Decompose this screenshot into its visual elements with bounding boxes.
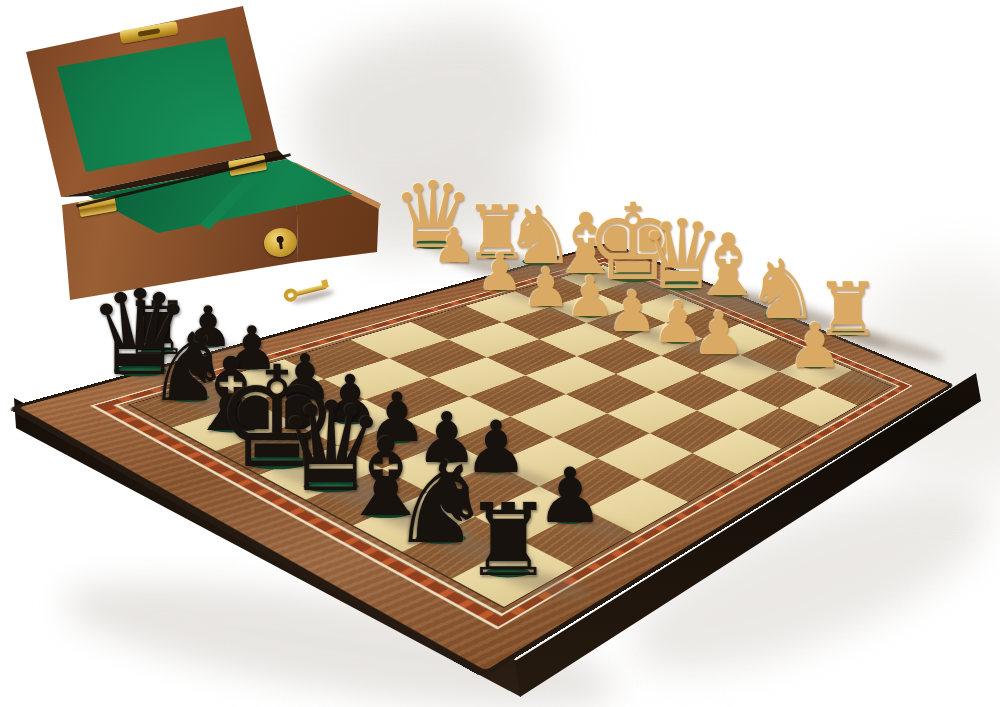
board-molding-right-edge — [0, 0, 1000, 707]
square-r4-c6 — [597, 433, 693, 480]
box-base-side — [0, 0, 420, 330]
square-r2-c5 — [656, 373, 740, 411]
square-r0-c1 — [595, 279, 670, 307]
square-r6-c1 — [252, 379, 365, 424]
square-r3-c4 — [566, 374, 656, 413]
box-shadow — [281, 0, 568, 231]
box-base-rim — [0, 0, 420, 330]
square-r0-c5 — [740, 339, 814, 372]
square-r0-c6 — [779, 354, 853, 388]
hinge-rod — [76, 153, 291, 207]
square-r1-c5 — [700, 355, 779, 390]
square-r5-c1 — [324, 358, 428, 399]
square-r3-c0 — [411, 306, 502, 340]
piece-shadow-wash — [817, 229, 1000, 520]
board-molding-left-edge — [0, 0, 1000, 707]
square-r6-c6 — [474, 486, 585, 542]
square-r1-c1 — [550, 292, 630, 322]
chess-board — [6, 242, 955, 678]
square-r3-c1 — [448, 322, 539, 357]
inlay-red-pattern — [95, 258, 910, 627]
square-r1-c6 — [739, 371, 817, 408]
square-r5-c2 — [365, 377, 469, 420]
square-r0-c3 — [666, 308, 741, 338]
square-r5-c6 — [539, 458, 642, 509]
square-r1-c0 — [515, 278, 595, 307]
square-r6-c2 — [294, 399, 407, 446]
board-frame — [19, 244, 949, 670]
square-r4-c2 — [429, 357, 526, 396]
board-grid — [128, 265, 892, 609]
square-r4-c3 — [469, 375, 566, 416]
square-r0-c2 — [630, 294, 705, 323]
square-r7-c6 — [402, 517, 523, 579]
square-r1-c2 — [587, 307, 667, 338]
square-r2-c6 — [696, 390, 779, 429]
square-r5-c3 — [407, 397, 511, 442]
square-r0-c0 — [561, 265, 637, 292]
square-r4-c1 — [389, 339, 486, 377]
square-r7-c4 — [306, 469, 428, 525]
square-r7-c1 — [172, 402, 294, 451]
square-r7-c7 — [452, 542, 573, 607]
square-r4-c7 — [642, 453, 737, 502]
square-r6-c7 — [523, 509, 634, 568]
inlay-pinstripe — [114, 262, 900, 616]
box-shadow-lower — [344, 151, 546, 269]
square-r7-c3 — [260, 446, 382, 500]
square-r6-c4 — [382, 441, 494, 492]
box-lid — [0, 0, 420, 330]
square-r1-c4 — [661, 339, 740, 373]
inlay-red-border — [95, 258, 910, 627]
box-hinge-gap — [0, 0, 420, 330]
square-r3-c2 — [486, 339, 576, 375]
square-r7-c5 — [353, 492, 475, 551]
square-r3-c7 — [693, 429, 782, 474]
box-felt-divider — [0, 0, 420, 330]
square-r5-c7 — [586, 480, 688, 533]
square-r3-c3 — [526, 356, 616, 394]
square-r0-c7 — [818, 370, 891, 405]
board-shadow-right — [611, 453, 1000, 707]
square-r2-c2 — [539, 323, 624, 357]
square-r5-c0 — [285, 340, 390, 379]
square-r2-c7 — [738, 408, 821, 449]
square-r2-c1 — [502, 307, 587, 339]
square-r3-c5 — [607, 392, 696, 433]
product-photo-stage: ♛♜♟♞♝♚♛♟♝♟♟♞♟♜♟♟♜♟♟♟♛♞♟♟♝♟♟♚♟♛♝♟♞♜ — [0, 0, 1000, 707]
square-r4-c4 — [511, 394, 607, 437]
square-r5-c4 — [450, 417, 554, 464]
square-r5-c5 — [494, 437, 597, 486]
board-shadow — [56, 557, 623, 707]
square-r3-c6 — [649, 411, 738, 454]
brass-latch-icon — [119, 21, 178, 44]
box-lid-felt — [0, 0, 420, 330]
square-r2-c3 — [577, 339, 661, 374]
square-r6-c3 — [337, 420, 449, 469]
square-r6-c0 — [212, 359, 325, 402]
square-r6-c5 — [427, 463, 539, 517]
brass-escutcheon-icon — [262, 226, 299, 259]
square-r4-c0 — [351, 322, 448, 358]
box-interior-felt — [0, 0, 420, 330]
box-base-front — [0, 0, 420, 330]
keyhole-icon — [276, 236, 284, 244]
brass-key-icon — [280, 270, 337, 310]
square-r1-c3 — [624, 323, 703, 356]
square-r7-c2 — [215, 423, 337, 474]
square-r7-c0 — [130, 381, 252, 428]
square-r0-c4 — [703, 323, 778, 355]
square-r4-c5 — [553, 413, 649, 458]
inlay-pinstripe — [90, 257, 913, 629]
square-r2-c0 — [465, 291, 550, 322]
square-r1-c7 — [780, 388, 858, 426]
square-r2-c4 — [616, 356, 700, 392]
